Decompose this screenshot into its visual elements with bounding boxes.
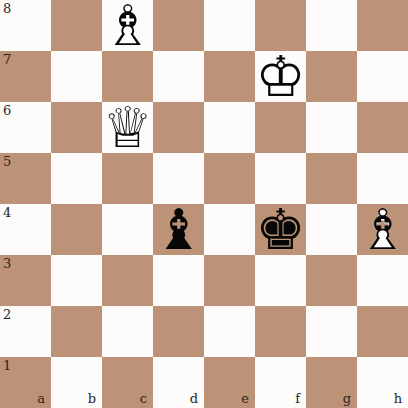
rank-label-3: 3 xyxy=(3,257,11,270)
file-label-c: c xyxy=(140,392,147,405)
chess-board: 8♝♗7♚♔6♛♕54♝♚♝♗321abcdefgh xyxy=(0,0,408,408)
white-queen-icon: ♕ xyxy=(102,102,153,153)
square-b4[interactable] xyxy=(51,204,102,255)
square-g1[interactable]: g xyxy=(306,357,357,408)
square-f6[interactable] xyxy=(255,102,306,153)
square-b8[interactable] xyxy=(51,0,102,51)
square-d1[interactable]: d xyxy=(153,357,204,408)
rank-label-6: 6 xyxy=(3,104,11,117)
square-f7[interactable]: ♚♔ xyxy=(255,51,306,102)
square-h2[interactable] xyxy=(357,306,408,357)
white-bishop-icon: ♗ xyxy=(102,0,153,51)
piece-white-queen[interactable]: ♛♕ xyxy=(102,102,153,153)
square-a7[interactable]: 7 xyxy=(0,51,51,102)
square-h3[interactable] xyxy=(357,255,408,306)
square-b2[interactable] xyxy=(51,306,102,357)
file-label-a: a xyxy=(37,392,45,405)
square-d3[interactable] xyxy=(153,255,204,306)
square-a3[interactable]: 3 xyxy=(0,255,51,306)
square-e3[interactable] xyxy=(204,255,255,306)
square-b5[interactable] xyxy=(51,153,102,204)
square-b6[interactable] xyxy=(51,102,102,153)
square-h4[interactable]: ♝♗ xyxy=(357,204,408,255)
square-e2[interactable] xyxy=(204,306,255,357)
file-label-g: g xyxy=(343,392,351,405)
square-c3[interactable] xyxy=(102,255,153,306)
file-label-d: d xyxy=(190,392,198,405)
file-label-f: f xyxy=(295,392,300,405)
square-f4[interactable]: ♚ xyxy=(255,204,306,255)
square-c1[interactable]: c xyxy=(102,357,153,408)
square-d8[interactable] xyxy=(153,0,204,51)
square-e4[interactable] xyxy=(204,204,255,255)
square-c5[interactable] xyxy=(102,153,153,204)
square-a1[interactable]: 1a xyxy=(0,357,51,408)
square-g5[interactable] xyxy=(306,153,357,204)
square-g4[interactable] xyxy=(306,204,357,255)
rank-label-7: 7 xyxy=(3,53,11,66)
square-b7[interactable] xyxy=(51,51,102,102)
piece-white-bishop[interactable]: ♝♗ xyxy=(102,0,153,51)
square-f3[interactable] xyxy=(255,255,306,306)
square-e1[interactable]: e xyxy=(204,357,255,408)
square-h1[interactable]: h xyxy=(357,357,408,408)
square-b3[interactable] xyxy=(51,255,102,306)
square-c6[interactable]: ♛♕ xyxy=(102,102,153,153)
white-king-icon: ♔ xyxy=(255,51,306,102)
square-g8[interactable] xyxy=(306,0,357,51)
rank-label-8: 8 xyxy=(3,2,11,15)
square-g2[interactable] xyxy=(306,306,357,357)
white-bishop-icon: ♗ xyxy=(357,204,408,255)
piece-black-bishop[interactable]: ♝ xyxy=(153,204,204,255)
square-b1[interactable]: b xyxy=(51,357,102,408)
square-a8[interactable]: 8 xyxy=(0,0,51,51)
square-f2[interactable] xyxy=(255,306,306,357)
square-e7[interactable] xyxy=(204,51,255,102)
square-a6[interactable]: 6 xyxy=(0,102,51,153)
square-c8[interactable]: ♝♗ xyxy=(102,0,153,51)
file-label-b: b xyxy=(88,392,96,405)
rank-label-1: 1 xyxy=(3,359,11,372)
rank-label-2: 2 xyxy=(3,308,11,321)
square-d7[interactable] xyxy=(153,51,204,102)
rank-label-4: 4 xyxy=(3,206,11,219)
square-e8[interactable] xyxy=(204,0,255,51)
square-g3[interactable] xyxy=(306,255,357,306)
piece-white-bishop[interactable]: ♝♗ xyxy=(357,204,408,255)
square-c4[interactable] xyxy=(102,204,153,255)
square-d2[interactable] xyxy=(153,306,204,357)
square-c2[interactable] xyxy=(102,306,153,357)
file-label-e: e xyxy=(241,392,249,405)
square-g7[interactable] xyxy=(306,51,357,102)
square-g6[interactable] xyxy=(306,102,357,153)
square-d6[interactable] xyxy=(153,102,204,153)
square-d4[interactable]: ♝ xyxy=(153,204,204,255)
square-f1[interactable]: f xyxy=(255,357,306,408)
file-label-h: h xyxy=(394,392,402,405)
square-h7[interactable] xyxy=(357,51,408,102)
square-e5[interactable] xyxy=(204,153,255,204)
black-bishop-icon: ♝ xyxy=(153,204,204,255)
square-h8[interactable] xyxy=(357,0,408,51)
rank-label-5: 5 xyxy=(3,155,11,168)
square-a4[interactable]: 4 xyxy=(0,204,51,255)
square-h6[interactable] xyxy=(357,102,408,153)
square-e6[interactable] xyxy=(204,102,255,153)
square-a2[interactable]: 2 xyxy=(0,306,51,357)
piece-white-king[interactable]: ♚♔ xyxy=(255,51,306,102)
square-a5[interactable]: 5 xyxy=(0,153,51,204)
black-king-icon: ♚ xyxy=(255,204,306,255)
piece-black-king[interactable]: ♚ xyxy=(255,204,306,255)
